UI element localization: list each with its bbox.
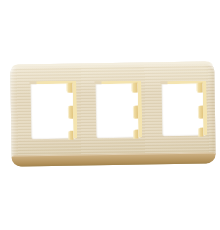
rim-notch — [29, 81, 36, 84]
rim-tab-mid — [68, 106, 73, 119]
rim-tab-mid — [133, 106, 138, 119]
rim-tab-bottom — [198, 128, 203, 137]
rim-tab-bottom — [133, 130, 138, 139]
socket-frame — [10, 61, 216, 166]
rim-tab-top — [67, 83, 73, 93]
frame-top-bevel — [11, 61, 213, 69]
frame-opening-3 — [161, 81, 207, 137]
frame-opening-1 — [30, 81, 77, 140]
rim-notch — [160, 81, 167, 84]
frame-opening-2 — [95, 81, 142, 139]
product-photo — [0, 0, 220, 230]
frame-bottom-bevel — [12, 152, 216, 166]
rim-tab-mid — [198, 106, 203, 119]
rim-tab-top — [132, 83, 138, 93]
rim-tab-top — [197, 83, 203, 93]
rim-notch — [94, 81, 101, 84]
rim-tab-bottom — [68, 131, 73, 140]
